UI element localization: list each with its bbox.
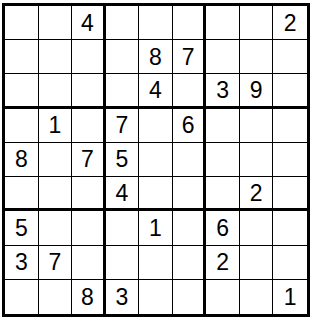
cell-r2c1-empty bbox=[5, 40, 39, 74]
cell-r4c6-given: 6 bbox=[173, 109, 207, 143]
cell-r1c6-empty bbox=[173, 6, 207, 40]
cell-r9c4-given: 3 bbox=[106, 280, 140, 314]
cell-r8c3-empty bbox=[72, 246, 106, 280]
cell-r3c6-empty bbox=[173, 74, 207, 108]
cell-r7c1-given: 5 bbox=[5, 211, 39, 245]
cell-r9c2-empty bbox=[39, 280, 73, 314]
cell-r6c1-empty bbox=[5, 177, 39, 211]
cell-r8c1-given: 3 bbox=[5, 246, 39, 280]
cell-r6c4-given: 4 bbox=[106, 177, 140, 211]
cell-r8c7-given: 2 bbox=[206, 246, 240, 280]
cell-r6c3-empty bbox=[72, 177, 106, 211]
cell-r4c5-empty bbox=[139, 109, 173, 143]
cell-r9c3-given: 8 bbox=[72, 280, 106, 314]
cell-r5c8-empty bbox=[240, 143, 274, 177]
cell-r5c6-empty bbox=[173, 143, 207, 177]
cell-r8c2-given: 7 bbox=[39, 246, 73, 280]
cell-r7c5-given: 1 bbox=[139, 211, 173, 245]
cell-r2c2-empty bbox=[39, 40, 73, 74]
cell-r5c4-given: 5 bbox=[106, 143, 140, 177]
cell-r7c3-empty bbox=[72, 211, 106, 245]
sudoku-board: 428743917687542516372831 bbox=[2, 3, 310, 317]
cell-r7c4-empty bbox=[106, 211, 140, 245]
cell-r2c9-empty bbox=[273, 40, 307, 74]
cell-r5c2-empty bbox=[39, 143, 73, 177]
cell-r4c7-empty bbox=[206, 109, 240, 143]
cell-r9c6-empty bbox=[173, 280, 207, 314]
cell-r9c8-empty bbox=[240, 280, 274, 314]
cell-r5c3-given: 7 bbox=[72, 143, 106, 177]
cell-r8c8-empty bbox=[240, 246, 274, 280]
cell-r1c5-empty bbox=[139, 6, 173, 40]
cell-r8c9-empty bbox=[273, 246, 307, 280]
cell-r9c5-empty bbox=[139, 280, 173, 314]
cell-r4c2-given: 1 bbox=[39, 109, 73, 143]
cell-r8c5-empty bbox=[139, 246, 173, 280]
cell-r6c9-empty bbox=[273, 177, 307, 211]
cell-r3c2-empty bbox=[39, 74, 73, 108]
cell-r4c8-empty bbox=[240, 109, 274, 143]
cell-r2c8-empty bbox=[240, 40, 274, 74]
cell-r3c9-empty bbox=[273, 74, 307, 108]
cell-r5c7-empty bbox=[206, 143, 240, 177]
cell-r9c7-empty bbox=[206, 280, 240, 314]
cell-r6c8-given: 2 bbox=[240, 177, 274, 211]
cell-r7c7-given: 6 bbox=[206, 211, 240, 245]
cell-r1c4-empty bbox=[106, 6, 140, 40]
cell-r3c3-empty bbox=[72, 74, 106, 108]
cell-r7c8-empty bbox=[240, 211, 274, 245]
cell-r8c4-empty bbox=[106, 246, 140, 280]
cell-r2c4-empty bbox=[106, 40, 140, 74]
cell-r5c5-empty bbox=[139, 143, 173, 177]
cell-r8c6-empty bbox=[173, 246, 207, 280]
cell-r2c3-empty bbox=[72, 40, 106, 74]
cell-r3c4-empty bbox=[106, 74, 140, 108]
cell-r2c6-given: 7 bbox=[173, 40, 207, 74]
cell-r7c9-empty bbox=[273, 211, 307, 245]
cell-r9c9-given: 1 bbox=[273, 280, 307, 314]
cell-r1c2-empty bbox=[39, 6, 73, 40]
cell-r7c2-empty bbox=[39, 211, 73, 245]
cell-r1c9-given: 2 bbox=[273, 6, 307, 40]
cell-r9c1-empty bbox=[5, 280, 39, 314]
cell-r1c3-given: 4 bbox=[72, 6, 106, 40]
cell-r3c8-given: 9 bbox=[240, 74, 274, 108]
cell-r3c5-given: 4 bbox=[139, 74, 173, 108]
cell-r4c1-empty bbox=[5, 109, 39, 143]
cell-r3c1-empty bbox=[5, 74, 39, 108]
cell-r4c9-empty bbox=[273, 109, 307, 143]
cell-r2c7-empty bbox=[206, 40, 240, 74]
cell-r1c1-empty bbox=[5, 6, 39, 40]
cell-r2c5-given: 8 bbox=[139, 40, 173, 74]
cell-r4c4-given: 7 bbox=[106, 109, 140, 143]
cell-r3c7-given: 3 bbox=[206, 74, 240, 108]
cell-r5c9-empty bbox=[273, 143, 307, 177]
cell-r6c5-empty bbox=[139, 177, 173, 211]
cell-r5c1-given: 8 bbox=[5, 143, 39, 177]
cell-r6c2-empty bbox=[39, 177, 73, 211]
cell-r1c7-empty bbox=[206, 6, 240, 40]
cell-r6c6-empty bbox=[173, 177, 207, 211]
cell-r1c8-empty bbox=[240, 6, 274, 40]
sudoku-page: 428743917687542516372831 bbox=[0, 0, 312, 320]
cell-r4c3-empty bbox=[72, 109, 106, 143]
cell-r6c7-empty bbox=[206, 177, 240, 211]
cell-r7c6-empty bbox=[173, 211, 207, 245]
